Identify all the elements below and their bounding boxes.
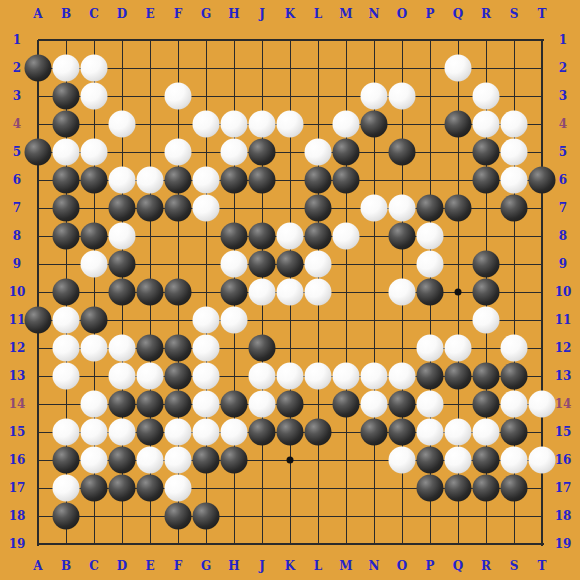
white-stone	[53, 307, 80, 334]
black-stone	[137, 335, 164, 362]
grid-line	[38, 320, 543, 321]
white-stone	[305, 363, 332, 390]
coordinate-label: P	[416, 559, 444, 573]
white-stone	[445, 335, 472, 362]
white-stone	[81, 419, 108, 446]
white-stone	[389, 363, 416, 390]
white-stone	[193, 111, 220, 138]
black-stone	[501, 363, 528, 390]
white-stone	[473, 307, 500, 334]
black-stone	[81, 475, 108, 502]
white-stone	[165, 83, 192, 110]
coordinate-label: F	[164, 559, 192, 573]
white-stone	[165, 139, 192, 166]
white-stone	[221, 139, 248, 166]
white-stone	[53, 55, 80, 82]
white-stone	[81, 335, 108, 362]
white-stone	[81, 447, 108, 474]
white-stone	[501, 167, 528, 194]
black-stone	[109, 391, 136, 418]
coordinate-label: C	[80, 559, 108, 573]
coordinate-label: 1	[549, 33, 577, 47]
coordinate-label: 3	[549, 89, 577, 103]
white-stone	[389, 83, 416, 110]
black-stone	[53, 447, 80, 474]
coordinate-label: N	[360, 559, 388, 573]
star-point	[455, 289, 462, 296]
white-stone	[473, 419, 500, 446]
black-stone	[305, 419, 332, 446]
coordinate-label: D	[108, 559, 136, 573]
black-stone	[53, 83, 80, 110]
black-stone	[221, 223, 248, 250]
white-stone	[445, 419, 472, 446]
coordinate-label: B	[52, 559, 80, 573]
black-stone	[277, 391, 304, 418]
black-stone	[165, 195, 192, 222]
white-stone	[501, 335, 528, 362]
white-stone	[501, 111, 528, 138]
white-stone	[529, 447, 556, 474]
white-stone	[361, 195, 388, 222]
black-stone	[221, 447, 248, 474]
coordinate-label: Q	[444, 559, 472, 573]
coordinate-label: 17	[3, 481, 31, 495]
coordinate-label: M	[332, 7, 360, 21]
black-stone	[473, 363, 500, 390]
black-stone	[109, 195, 136, 222]
white-stone	[277, 223, 304, 250]
black-stone	[277, 419, 304, 446]
black-stone	[137, 279, 164, 306]
white-stone	[305, 139, 332, 166]
coordinate-label: T	[528, 7, 556, 21]
black-stone	[221, 279, 248, 306]
black-stone	[473, 279, 500, 306]
black-stone	[277, 251, 304, 278]
white-stone	[53, 419, 80, 446]
coordinate-label: G	[192, 7, 220, 21]
coordinate-label: 18	[549, 509, 577, 523]
black-stone	[193, 503, 220, 530]
black-stone	[53, 279, 80, 306]
white-stone	[53, 335, 80, 362]
white-stone	[137, 447, 164, 474]
black-stone	[137, 419, 164, 446]
black-stone	[137, 391, 164, 418]
white-stone	[417, 223, 444, 250]
black-stone	[389, 223, 416, 250]
white-stone	[417, 391, 444, 418]
coordinate-label: R	[472, 559, 500, 573]
coordinate-label: 12	[3, 341, 31, 355]
black-stone	[81, 223, 108, 250]
black-stone	[389, 419, 416, 446]
black-stone	[53, 503, 80, 530]
coordinate-label: 9	[3, 257, 31, 271]
white-stone	[305, 279, 332, 306]
white-stone	[193, 167, 220, 194]
black-stone	[417, 195, 444, 222]
black-stone	[249, 139, 276, 166]
white-stone	[193, 363, 220, 390]
white-stone	[109, 335, 136, 362]
black-stone	[361, 419, 388, 446]
white-stone	[417, 335, 444, 362]
white-stone	[193, 391, 220, 418]
coordinate-label: J	[248, 559, 276, 573]
white-stone	[81, 83, 108, 110]
white-stone	[109, 167, 136, 194]
black-stone	[361, 111, 388, 138]
coordinate-label: 13	[3, 369, 31, 383]
black-stone	[473, 251, 500, 278]
coordinate-label: K	[276, 7, 304, 21]
white-stone	[53, 363, 80, 390]
black-stone	[417, 475, 444, 502]
black-stone	[333, 139, 360, 166]
coordinate-label: A	[24, 559, 52, 573]
coordinate-label: 1	[3, 33, 31, 47]
black-stone	[25, 55, 52, 82]
coordinate-label: F	[164, 7, 192, 21]
coordinate-label: 8	[549, 229, 577, 243]
white-stone	[193, 307, 220, 334]
black-stone	[501, 419, 528, 446]
white-stone	[249, 279, 276, 306]
black-stone	[81, 307, 108, 334]
black-stone	[389, 139, 416, 166]
grid-line	[38, 516, 543, 517]
black-stone	[137, 475, 164, 502]
coordinate-label: 16	[3, 453, 31, 467]
coordinate-label: E	[136, 7, 164, 21]
white-stone	[109, 111, 136, 138]
white-stone	[109, 223, 136, 250]
black-stone	[305, 223, 332, 250]
white-stone	[249, 391, 276, 418]
black-stone	[529, 167, 556, 194]
white-stone	[333, 111, 360, 138]
black-stone	[53, 223, 80, 250]
black-stone	[193, 447, 220, 474]
black-stone	[25, 139, 52, 166]
black-stone	[165, 167, 192, 194]
white-stone	[53, 475, 80, 502]
coordinate-label: O	[388, 7, 416, 21]
black-stone	[305, 167, 332, 194]
white-stone	[417, 419, 444, 446]
coordinate-label: 15	[549, 425, 577, 439]
white-stone	[165, 447, 192, 474]
white-stone	[277, 279, 304, 306]
black-stone	[221, 391, 248, 418]
coordinate-label: B	[52, 7, 80, 21]
black-stone	[473, 391, 500, 418]
coordinate-label: O	[388, 559, 416, 573]
white-stone	[81, 55, 108, 82]
coordinate-label: 18	[3, 509, 31, 523]
white-stone	[389, 447, 416, 474]
coordinate-label: 14	[3, 397, 31, 411]
white-stone	[109, 363, 136, 390]
white-stone	[249, 111, 276, 138]
white-stone	[473, 111, 500, 138]
white-stone	[165, 419, 192, 446]
coordinate-label: 10	[549, 285, 577, 299]
black-stone	[165, 279, 192, 306]
black-stone	[53, 195, 80, 222]
black-stone	[109, 475, 136, 502]
coordinate-label: H	[220, 7, 248, 21]
coordinate-label: 2	[549, 61, 577, 75]
coordinate-label: E	[136, 559, 164, 573]
black-stone	[249, 335, 276, 362]
coordinate-label: 4	[549, 117, 577, 131]
white-stone	[445, 447, 472, 474]
grid-line	[38, 543, 544, 545]
grid-line	[37, 40, 39, 546]
coordinate-label: A	[24, 7, 52, 21]
white-stone	[361, 83, 388, 110]
white-stone	[277, 111, 304, 138]
white-stone	[501, 447, 528, 474]
coordinate-label: T	[528, 559, 556, 573]
coordinate-label: 17	[549, 481, 577, 495]
go-board[interactable]: ABCDEFGHJKLMNOPQRST ABCDEFGHJKLMNOPQRST …	[0, 0, 580, 580]
white-stone	[137, 363, 164, 390]
coordinate-label: 10	[3, 285, 31, 299]
coordinate-label: 4	[3, 117, 31, 131]
coordinate-label: 19	[3, 537, 31, 551]
coordinate-label: S	[500, 559, 528, 573]
coordinate-label: P	[416, 7, 444, 21]
grid-line	[38, 39, 544, 41]
white-stone	[249, 363, 276, 390]
black-stone	[389, 391, 416, 418]
coordinate-label: 13	[549, 369, 577, 383]
coordinate-label: 5	[549, 145, 577, 159]
black-stone	[417, 447, 444, 474]
white-stone	[53, 139, 80, 166]
white-stone	[529, 391, 556, 418]
coordinate-label: K	[276, 559, 304, 573]
white-stone	[333, 363, 360, 390]
coordinate-label: 7	[549, 201, 577, 215]
white-stone	[193, 419, 220, 446]
coordinate-label: 11	[549, 313, 577, 327]
black-stone	[165, 503, 192, 530]
black-stone	[501, 195, 528, 222]
coordinate-label: 15	[3, 425, 31, 439]
white-stone	[165, 475, 192, 502]
coordinate-label: 6	[3, 173, 31, 187]
black-stone	[109, 279, 136, 306]
coordinate-label: Q	[444, 7, 472, 21]
coordinate-label: 19	[549, 537, 577, 551]
white-stone	[389, 195, 416, 222]
black-stone	[333, 391, 360, 418]
star-point	[287, 457, 294, 464]
coordinate-label: S	[500, 7, 528, 21]
white-stone	[109, 419, 136, 446]
white-stone	[389, 279, 416, 306]
black-stone	[305, 195, 332, 222]
black-stone	[445, 475, 472, 502]
black-stone	[473, 447, 500, 474]
black-stone	[109, 251, 136, 278]
coordinate-label: N	[360, 7, 388, 21]
white-stone	[81, 139, 108, 166]
black-stone	[249, 419, 276, 446]
black-stone	[417, 279, 444, 306]
white-stone	[501, 139, 528, 166]
white-stone	[81, 391, 108, 418]
black-stone	[53, 167, 80, 194]
coordinate-label: L	[304, 7, 332, 21]
white-stone	[221, 251, 248, 278]
black-stone	[445, 111, 472, 138]
white-stone	[137, 167, 164, 194]
black-stone	[333, 167, 360, 194]
coordinate-label: 12	[549, 341, 577, 355]
black-stone	[81, 167, 108, 194]
white-stone	[501, 391, 528, 418]
black-stone	[417, 363, 444, 390]
white-stone	[193, 335, 220, 362]
white-stone	[193, 195, 220, 222]
coordinate-label: M	[332, 559, 360, 573]
black-stone	[165, 391, 192, 418]
coordinate-label: 3	[3, 89, 31, 103]
white-stone	[221, 419, 248, 446]
white-stone	[305, 251, 332, 278]
white-stone	[221, 307, 248, 334]
black-stone	[165, 363, 192, 390]
coordinate-label: R	[472, 7, 500, 21]
coordinate-label: J	[248, 7, 276, 21]
white-stone	[277, 363, 304, 390]
coordinate-label: C	[80, 7, 108, 21]
black-stone	[473, 139, 500, 166]
black-stone	[53, 111, 80, 138]
black-stone	[249, 251, 276, 278]
coordinate-label: L	[304, 559, 332, 573]
black-stone	[473, 167, 500, 194]
black-stone	[249, 167, 276, 194]
black-stone	[445, 195, 472, 222]
black-stone	[25, 307, 52, 334]
coordinate-label: H	[220, 559, 248, 573]
white-stone	[361, 363, 388, 390]
black-stone	[109, 447, 136, 474]
black-stone	[137, 195, 164, 222]
white-stone	[81, 251, 108, 278]
white-stone	[445, 55, 472, 82]
white-stone	[333, 223, 360, 250]
white-stone	[417, 251, 444, 278]
black-stone	[165, 335, 192, 362]
coordinate-label: 9	[549, 257, 577, 271]
black-stone	[473, 475, 500, 502]
black-stone	[249, 223, 276, 250]
coordinate-label: 8	[3, 229, 31, 243]
black-stone	[221, 167, 248, 194]
coordinate-label: G	[192, 559, 220, 573]
black-stone	[501, 475, 528, 502]
white-stone	[361, 391, 388, 418]
coordinate-label: 7	[3, 201, 31, 215]
white-stone	[221, 111, 248, 138]
coordinate-label: D	[108, 7, 136, 21]
white-stone	[473, 83, 500, 110]
black-stone	[445, 363, 472, 390]
